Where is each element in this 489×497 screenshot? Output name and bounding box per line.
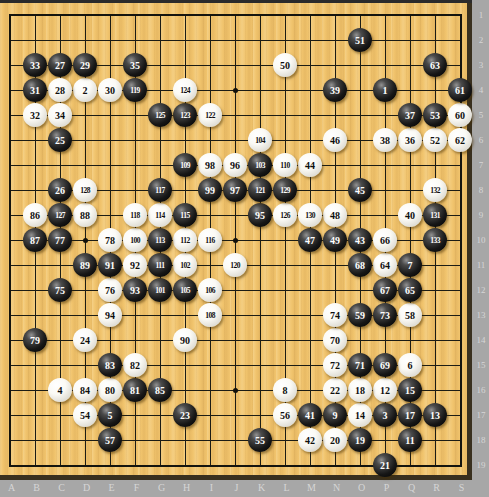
stone-black[interactable]: 129 [273,178,297,202]
move-number: 79 [23,328,47,352]
move-number: 119 [123,78,147,102]
move-number: 21 [373,453,397,477]
move-number: 57 [98,428,122,452]
stone-white[interactable]: 106 [198,278,222,302]
move-number: 25 [48,128,72,152]
move-number: 81 [123,378,147,402]
row-label: 1 [473,10,489,20]
move-number: 131 [423,203,447,227]
move-number: 63 [423,53,447,77]
move-number: 62 [448,128,472,152]
stone-black[interactable]: 39 [323,78,347,102]
move-number: 128 [73,178,97,202]
stone-white[interactable]: 18 [348,378,372,402]
stone-white[interactable]: 88 [73,203,97,227]
stone-black[interactable]: 68 [348,253,372,277]
star-point [233,88,238,93]
move-number: 35 [123,53,147,77]
stone-black[interactable]: 65 [398,278,422,302]
stone-black[interactable]: 89 [73,253,97,277]
move-number: 27 [48,53,72,77]
stone-white[interactable]: 82 [123,353,147,377]
stone-black[interactable]: 11 [398,428,422,452]
move-number: 34 [48,103,72,127]
row-label: 11 [473,260,489,270]
move-number: 124 [173,78,197,102]
stone-white[interactable]: 74 [323,303,347,327]
stone-black[interactable]: 125 [148,103,172,127]
row-label: 14 [473,335,489,345]
stone-black[interactable]: 81 [123,378,147,402]
move-number: 71 [348,353,372,377]
stone-white[interactable]: 116 [198,228,222,252]
stone-black[interactable]: 1 [373,78,397,102]
stone-black[interactable]: 115 [173,203,197,227]
stone-black[interactable]: 26 [48,178,72,202]
move-number: 104 [248,128,272,152]
move-number: 118 [123,203,147,227]
stone-white[interactable]: 70 [323,328,347,352]
column-label: H [176,482,197,493]
stone-black[interactable]: 49 [323,228,347,252]
stone-black[interactable]: 5 [98,403,122,427]
stone-black[interactable]: 9 [323,403,347,427]
stone-white[interactable]: 8 [273,378,297,402]
move-number: 112 [173,228,197,252]
stone-black[interactable]: 133 [423,228,447,252]
stone-black[interactable]: 73 [373,303,397,327]
move-number: 18 [348,378,372,402]
move-number: 5 [98,403,122,427]
stone-white[interactable]: 108 [198,303,222,327]
move-number: 99 [198,178,222,202]
stone-white[interactable]: 102 [173,253,197,277]
stone-black[interactable]: 99 [198,178,222,202]
move-number: 96 [223,153,247,177]
move-number: 44 [298,153,322,177]
move-number: 76 [98,278,122,302]
stone-black[interactable]: 67 [373,278,397,302]
stone-black[interactable]: 47 [298,228,322,252]
move-number: 102 [173,253,197,277]
stone-white[interactable]: 128 [73,178,97,202]
stone-white[interactable]: 90 [173,328,197,352]
star-point [233,238,238,243]
stone-black[interactable]: 35 [123,53,147,77]
move-number: 11 [398,428,422,452]
column-label: N [326,482,347,493]
stone-white[interactable]: 58 [398,303,422,327]
stone-black[interactable]: 29 [73,53,97,77]
stone-white[interactable]: 64 [373,253,397,277]
stone-black[interactable]: 3 [373,403,397,427]
stone-white[interactable]: 36 [398,128,422,152]
move-number: 58 [398,303,422,327]
move-number: 8 [273,378,297,402]
move-number: 130 [298,203,322,227]
move-number: 109 [173,153,197,177]
stone-white[interactable]: 112 [173,228,197,252]
stone-black[interactable]: 103 [248,153,272,177]
move-number: 56 [273,403,297,427]
move-number: 68 [348,253,372,277]
stone-black[interactable]: 71 [348,353,372,377]
stone-black[interactable]: 91 [98,253,122,277]
column-label: J [226,482,247,493]
stone-white[interactable]: 124 [173,78,197,102]
move-number: 24 [73,328,97,352]
move-number: 103 [248,153,272,177]
stone-white[interactable]: 42 [298,428,322,452]
column-label: B [26,482,47,493]
stone-black[interactable]: 127 [48,203,72,227]
stone-white[interactable]: 60 [448,103,472,127]
move-number: 67 [373,278,397,302]
move-number: 19 [348,428,372,452]
row-label: 13 [473,310,489,320]
stone-black[interactable]: 51 [348,28,372,52]
move-number: 59 [348,303,372,327]
move-number: 47 [298,228,322,252]
row-label: 4 [473,85,489,95]
stone-white[interactable]: 78 [98,228,122,252]
move-number: 95 [248,203,272,227]
row-label: 12 [473,285,489,295]
move-number: 111 [148,253,172,277]
column-label: F [126,482,147,493]
stone-white[interactable]: 34 [48,103,72,127]
move-number: 89 [73,253,97,277]
stone-white[interactable]: 24 [73,328,97,352]
move-number: 66 [373,228,397,252]
stone-white[interactable]: 66 [373,228,397,252]
move-number: 75 [48,278,72,302]
stone-black[interactable]: 25 [48,128,72,152]
stone-white[interactable]: 50 [273,53,297,77]
move-number: 72 [323,353,347,377]
column-label: S [451,482,472,493]
move-number: 45 [348,178,372,202]
move-number: 113 [148,228,172,252]
move-number: 125 [148,103,172,127]
stone-black[interactable]: 87 [23,228,47,252]
move-number: 31 [23,78,47,102]
stone-white[interactable]: 54 [73,403,97,427]
column-label: L [276,482,297,493]
move-number: 50 [273,53,297,77]
stone-white[interactable]: 114 [148,203,172,227]
move-number: 108 [198,303,222,327]
move-number: 36 [398,128,422,152]
move-number: 20 [323,428,347,452]
row-label: 2 [473,35,489,45]
move-number: 98 [198,153,222,177]
stone-black[interactable]: 41 [298,403,322,427]
move-number: 97 [223,178,247,202]
stone-white[interactable]: 118 [123,203,147,227]
stone-white[interactable]: 14 [348,403,372,427]
move-number: 122 [198,103,222,127]
stone-white[interactable]: 80 [98,378,122,402]
stone-black[interactable]: 105 [173,278,197,302]
stone-white[interactable]: 2 [73,78,97,102]
stone-white[interactable]: 94 [98,303,122,327]
stone-black[interactable]: 97 [223,178,247,202]
move-number: 121 [248,178,272,202]
move-number: 3 [373,403,397,427]
move-number: 2 [73,78,97,102]
star-point [83,238,88,243]
stone-black[interactable]: 63 [423,53,447,77]
column-label: P [376,482,397,493]
move-number: 23 [173,403,197,427]
row-label: 9 [473,210,489,220]
move-number: 78 [98,228,122,252]
stone-white[interactable]: 20 [323,428,347,452]
move-number: 120 [223,253,247,277]
stone-black[interactable]: 55 [248,428,272,452]
stone-white[interactable]: 86 [23,203,47,227]
stone-white[interactable]: 22 [323,378,347,402]
move-number: 69 [373,353,397,377]
row-label: 19 [473,460,489,470]
column-label: E [101,482,122,493]
stone-white[interactable]: 132 [423,178,447,202]
column-label: D [76,482,97,493]
stone-white[interactable]: 130 [298,203,322,227]
stone-black[interactable]: 75 [48,278,72,302]
move-number: 51 [348,28,372,52]
move-number: 132 [423,178,447,202]
stone-black[interactable]: 79 [23,328,47,352]
stone-black[interactable]: 101 [148,278,172,302]
stone-black[interactable]: 31 [23,78,47,102]
move-number: 17 [398,403,422,427]
move-number: 39 [323,78,347,102]
row-label: 7 [473,160,489,170]
move-number: 70 [323,328,347,352]
column-label: Q [401,482,422,493]
move-number: 32 [23,103,47,127]
stone-white[interactable]: 4 [48,378,72,402]
stone-white[interactable]: 44 [298,153,322,177]
move-number: 15 [398,378,422,402]
move-number: 26 [48,178,72,202]
move-number: 116 [198,228,222,252]
star-point [233,388,238,393]
move-number: 49 [323,228,347,252]
stone-white[interactable]: 122 [198,103,222,127]
stone-black[interactable]: 33 [23,53,47,77]
stone-black[interactable]: 69 [373,353,397,377]
stone-white[interactable]: 96 [223,153,247,177]
row-label-margin [472,0,489,497]
move-number: 133 [423,228,447,252]
go-board[interactable]: 1234567891112131415171819202122232425262… [0,0,472,480]
move-number: 114 [148,203,172,227]
row-label: 8 [473,185,489,195]
move-number: 83 [98,353,122,377]
move-number: 33 [23,53,47,77]
row-label: 10 [473,235,489,245]
row-label: 16 [473,385,489,395]
move-number: 30 [98,78,122,102]
stone-black[interactable]: 93 [123,278,147,302]
stone-white[interactable]: 84 [73,378,97,402]
stone-black[interactable]: 77 [48,228,72,252]
move-number: 93 [123,278,147,302]
stone-black[interactable]: 45 [348,178,372,202]
stone-white[interactable]: 76 [98,278,122,302]
stone-black[interactable]: 7 [398,253,422,277]
move-number: 92 [123,253,147,277]
column-label: I [201,482,222,493]
move-number: 91 [98,253,122,277]
column-label: C [51,482,72,493]
kifu-viewer: 1234567891112131415171819202122232425262… [0,0,489,497]
row-label: 15 [473,360,489,370]
move-number: 77 [48,228,72,252]
move-number: 117 [148,178,172,202]
stone-black[interactable]: 109 [173,153,197,177]
move-number: 74 [323,303,347,327]
stone-white[interactable]: 32 [23,103,47,127]
stone-white[interactable]: 38 [373,128,397,152]
move-number: 55 [248,428,272,452]
move-number: 73 [373,303,397,327]
move-number: 82 [123,353,147,377]
move-number: 129 [273,178,297,202]
move-number: 126 [273,203,297,227]
stone-white[interactable]: 28 [48,78,72,102]
move-number: 6 [398,353,422,377]
move-number: 29 [73,53,97,77]
stone-white[interactable]: 46 [323,128,347,152]
move-number: 65 [398,278,422,302]
stone-black[interactable]: 119 [123,78,147,102]
stone-white[interactable]: 98 [198,153,222,177]
move-number: 61 [448,78,472,102]
stone-white[interactable]: 40 [398,203,422,227]
move-number: 84 [73,378,97,402]
move-number: 13 [423,403,447,427]
stone-white[interactable]: 56 [273,403,297,427]
stone-black[interactable]: 13 [423,403,447,427]
stone-white[interactable]: 120 [223,253,247,277]
stone-white[interactable]: 126 [273,203,297,227]
move-number: 101 [148,278,172,302]
move-number: 14 [348,403,372,427]
move-number: 110 [273,153,297,177]
stone-black[interactable]: 59 [348,303,372,327]
move-number: 60 [448,103,472,127]
stone-black[interactable]: 83 [98,353,122,377]
column-label: K [251,482,272,493]
move-number: 1 [373,78,397,102]
move-number: 100 [123,228,147,252]
stone-black[interactable]: 131 [423,203,447,227]
stone-white[interactable]: 104 [248,128,272,152]
move-number: 86 [23,203,47,227]
move-number: 41 [298,403,322,427]
stone-black[interactable]: 37 [398,103,422,127]
stone-white[interactable]: 110 [273,153,297,177]
move-number: 53 [423,103,447,127]
stone-black[interactable]: 53 [423,103,447,127]
column-label: O [351,482,372,493]
move-number: 123 [173,103,197,127]
column-label: G [151,482,172,493]
stone-black[interactable]: 19 [348,428,372,452]
stone-white[interactable]: 72 [323,353,347,377]
stone-black[interactable]: 21 [373,453,397,477]
move-number: 106 [198,278,222,302]
move-number: 64 [373,253,397,277]
stone-black[interactable]: 121 [248,178,272,202]
stone-white[interactable]: 62 [448,128,472,152]
move-number: 9 [323,403,347,427]
stone-white[interactable]: 30 [98,78,122,102]
stone-black[interactable]: 23 [173,403,197,427]
move-number: 4 [48,378,72,402]
stone-black[interactable]: 61 [448,78,472,102]
move-number: 7 [398,253,422,277]
stone-white[interactable]: 12 [373,378,397,402]
move-number: 37 [398,103,422,127]
stone-white[interactable]: 100 [123,228,147,252]
move-number: 54 [73,403,97,427]
move-number: 115 [173,203,197,227]
move-number: 52 [423,128,447,152]
column-label: M [301,482,322,493]
move-number: 94 [98,303,122,327]
stone-black[interactable]: 95 [248,203,272,227]
stone-white[interactable]: 48 [323,203,347,227]
row-label: 6 [473,135,489,145]
move-number: 85 [148,378,172,402]
move-number: 87 [23,228,47,252]
move-number: 42 [298,428,322,452]
move-number: 88 [73,203,97,227]
stone-black[interactable]: 15 [398,378,422,402]
stone-white[interactable]: 52 [423,128,447,152]
move-number: 43 [348,228,372,252]
stone-black[interactable]: 17 [398,403,422,427]
move-number: 127 [48,203,72,227]
move-number: 46 [323,128,347,152]
stone-black[interactable]: 27 [48,53,72,77]
stone-black[interactable]: 43 [348,228,372,252]
move-number: 105 [173,278,197,302]
stone-black[interactable]: 113 [148,228,172,252]
stone-black[interactable]: 85 [148,378,172,402]
stone-black[interactable]: 123 [173,103,197,127]
move-number: 38 [373,128,397,152]
row-label: 5 [473,110,489,120]
stone-white[interactable]: 6 [398,353,422,377]
stone-white[interactable]: 92 [123,253,147,277]
stone-black[interactable]: 57 [98,428,122,452]
move-number: 22 [323,378,347,402]
row-label: 3 [473,60,489,70]
move-number: 28 [48,78,72,102]
window-edge [0,0,472,3]
column-label: R [426,482,447,493]
move-number: 80 [98,378,122,402]
column-label: A [1,482,22,493]
stone-black[interactable]: 117 [148,178,172,202]
stone-black[interactable]: 111 [148,253,172,277]
